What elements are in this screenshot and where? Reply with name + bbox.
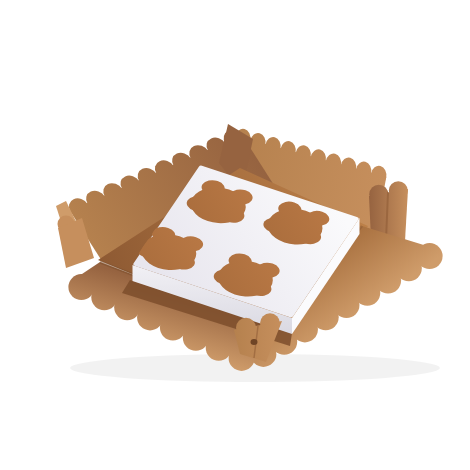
cupcake-box-photo	[0, 0, 470, 470]
tab-punch-hole	[251, 339, 258, 345]
product-photo-stage	[0, 0, 470, 470]
